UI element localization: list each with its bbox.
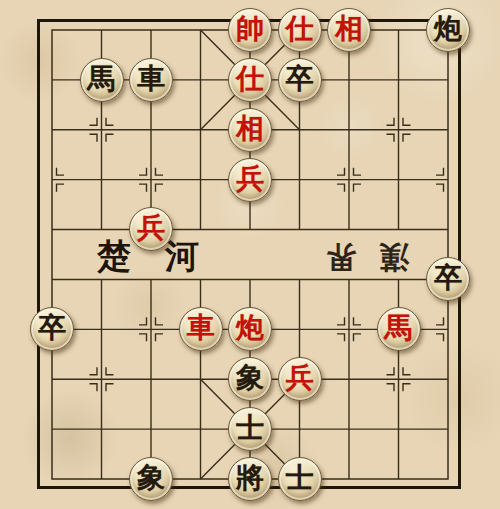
piece-black-elephant-1[interactable]: 象 [228,357,272,401]
piece-glyph: 馬 [88,65,116,93]
piece-red-advisor-1[interactable]: 仕 [278,8,322,52]
piece-glyph: 仕 [236,65,264,93]
xiangqi-board-screenshot: 楚河 漢界 帥仕相炮馬車仕卒相兵兵卒卒車炮馬象兵士象將士 [0,0,500,509]
piece-red-soldier-3[interactable]: 兵 [278,357,322,401]
piece-red-chariot[interactable]: 車 [179,307,223,351]
piece-glyph: 士 [236,414,264,442]
piece-glyph: 炮 [434,15,462,43]
piece-glyph: 車 [187,314,215,342]
piece-red-advisor-2[interactable]: 仕 [228,58,272,102]
piece-red-cannon[interactable]: 炮 [228,307,272,351]
piece-black-horse[interactable]: 馬 [80,58,124,102]
piece-glyph: 仕 [286,15,314,43]
piece-glyph: 卒 [38,314,66,342]
piece-glyph: 炮 [236,314,264,342]
piece-black-chariot[interactable]: 車 [129,58,173,102]
pieces-layer: 帥仕相炮馬車仕卒相兵兵卒卒車炮馬象兵士象將士 [27,5,473,504]
piece-glyph: 相 [335,15,363,43]
piece-black-elephant-2[interactable]: 象 [129,457,173,501]
piece-glyph: 將 [236,464,264,492]
piece-glyph: 車 [137,65,165,93]
piece-black-soldier-3[interactable]: 卒 [30,307,74,351]
piece-black-advisor-2[interactable]: 士 [278,457,322,501]
piece-red-general[interactable]: 帥 [228,8,272,52]
piece-black-soldier-2[interactable]: 卒 [426,257,470,301]
piece-glyph: 帥 [236,15,264,43]
piece-black-advisor-1[interactable]: 士 [228,407,272,451]
piece-black-soldier-1[interactable]: 卒 [278,58,322,102]
piece-red-elephant-2[interactable]: 相 [228,108,272,152]
piece-glyph: 士 [286,464,314,492]
piece-glyph: 卒 [434,264,462,292]
piece-red-soldier-1[interactable]: 兵 [228,158,272,202]
piece-red-horse[interactable]: 馬 [377,307,421,351]
piece-red-elephant-1[interactable]: 相 [327,8,371,52]
piece-black-general[interactable]: 將 [228,457,272,501]
piece-glyph: 卒 [286,65,314,93]
piece-red-soldier-2[interactable]: 兵 [129,207,173,251]
piece-glyph: 兵 [286,364,314,392]
piece-black-cannon[interactable]: 炮 [426,8,470,52]
piece-glyph: 馬 [385,314,413,342]
piece-glyph: 兵 [137,214,165,242]
piece-glyph: 相 [236,115,264,143]
piece-glyph: 象 [137,464,165,492]
piece-glyph: 象 [236,364,264,392]
piece-glyph: 兵 [236,165,264,193]
